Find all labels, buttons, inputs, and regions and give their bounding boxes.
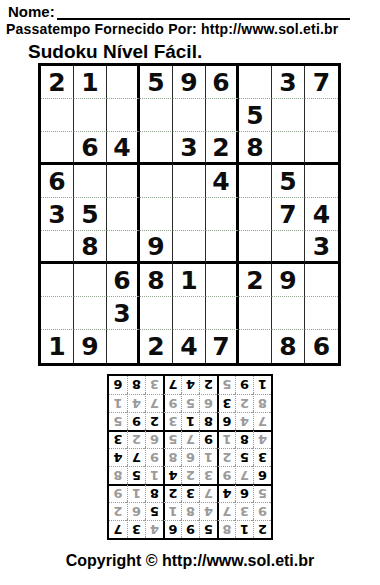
solution-cell-r2c8: 6 xyxy=(127,502,145,520)
puzzle-cell-r4c7 xyxy=(239,165,272,198)
puzzle-cell-r3c7: 8 xyxy=(239,132,272,165)
solution-cell-r8c1: 8 xyxy=(253,394,271,412)
puzzle-cell-r2c1 xyxy=(41,99,74,132)
solution-cell-r5c3: 2 xyxy=(217,448,235,466)
solution-cell-r9c7: 3 xyxy=(145,376,163,394)
solution-cell-r2c9: 2 xyxy=(109,502,127,520)
puzzle-cell-r7c7: 2 xyxy=(239,264,272,297)
puzzle-cell-r3c6: 2 xyxy=(206,132,239,165)
puzzle-cell-r5c9: 4 xyxy=(305,198,338,231)
solution-cell-r3c1: 5 xyxy=(253,484,271,502)
puzzle-cell-r4c1: 6 xyxy=(41,165,74,198)
solution-cell-r3c8: 1 xyxy=(127,484,145,502)
puzzle-cell-r8c7 xyxy=(239,297,272,330)
solution-cell-r7c7: 2 xyxy=(145,412,163,430)
solution-cell-r6c7: 6 xyxy=(145,430,163,448)
copyright-line: Copyright © http://www.sol.eti.br xyxy=(0,552,380,570)
puzzle-cell-r2c2 xyxy=(74,99,107,132)
solution-cell-r1c5: 9 xyxy=(181,520,199,538)
puzzle-cell-r2c3 xyxy=(107,99,140,132)
solution-cell-r5c5: 6 xyxy=(181,448,199,466)
solution-cell-r8c5: 5 xyxy=(181,394,199,412)
puzzle-cell-r4c5 xyxy=(173,165,206,198)
puzzle-cell-r2c9 xyxy=(305,99,338,132)
puzzle-cell-r4c3 xyxy=(107,165,140,198)
puzzle-cell-r9c5: 4 xyxy=(173,330,206,363)
puzzle-cell-r8c4 xyxy=(140,297,173,330)
puzzle-cell-r9c2: 9 xyxy=(74,330,107,363)
solution-cell-r5c6: 8 xyxy=(163,448,181,466)
puzzle-cell-r5c5 xyxy=(173,198,206,231)
puzzle-cell-r3c3: 4 xyxy=(107,132,140,165)
puzzle-cell-r4c9 xyxy=(305,165,338,198)
puzzle-cell-r3c8 xyxy=(272,132,305,165)
puzzle-cell-r8c9 xyxy=(305,297,338,330)
puzzle-cell-r9c8: 8 xyxy=(272,330,305,363)
puzzle-cell-r6c2: 8 xyxy=(74,231,107,264)
puzzle-cell-r5c6 xyxy=(206,198,239,231)
solution-cell-r6c1: 4 xyxy=(253,430,271,448)
puzzle-cell-r9c3 xyxy=(107,330,140,363)
solution-cell-r1c8: 3 xyxy=(127,520,145,538)
solution-cell-r3c5: 3 xyxy=(181,484,199,502)
solution-cell-r9c6: 7 xyxy=(163,376,181,394)
solution-cell-r8c9: 1 xyxy=(109,394,127,412)
solution-cell-r6c4: 9 xyxy=(199,430,217,448)
solution-cell-r5c9: 4 xyxy=(109,448,127,466)
name-label: Nome: xyxy=(8,3,55,20)
puzzle-cell-r1c6: 6 xyxy=(206,66,239,99)
puzzle-cell-r2c8 xyxy=(272,99,305,132)
puzzle-cell-r2c7: 5 xyxy=(239,99,272,132)
solution-cell-r3c4: 7 xyxy=(199,484,217,502)
name-row: Nome: xyxy=(8,3,350,20)
solution-cell-r3c6: 2 xyxy=(163,484,181,502)
puzzle-cell-r3c2: 6 xyxy=(74,132,107,165)
solution-cell-r1c3: 8 xyxy=(217,520,235,538)
puzzle-cell-r6c1 xyxy=(41,231,74,264)
solution-cell-r6c9: 3 xyxy=(109,430,127,448)
puzzle-cell-r9c4: 2 xyxy=(140,330,173,363)
solution-cell-r2c2: 3 xyxy=(235,502,253,520)
page-title: Sudoku Nível Fácil. xyxy=(28,41,202,63)
solution-cell-r1c6: 6 xyxy=(163,520,181,538)
solution-cell-r7c1: 7 xyxy=(253,412,271,430)
solution-cell-r4c2: 7 xyxy=(235,466,253,484)
name-blank-line xyxy=(57,3,350,20)
puzzle-cell-r8c6 xyxy=(206,297,239,330)
solution-cell-r1c7: 4 xyxy=(145,520,163,538)
puzzle-cell-r8c3: 3 xyxy=(107,297,140,330)
puzzle-cell-r8c5 xyxy=(173,297,206,330)
solution-cell-r1c2: 1 xyxy=(235,520,253,538)
puzzle-cell-r5c3 xyxy=(107,198,140,231)
solution-cell-r8c2: 2 xyxy=(235,394,253,412)
solution-cell-r4c6: 4 xyxy=(163,466,181,484)
puzzle-cell-r1c8: 3 xyxy=(272,66,305,99)
solution-cell-r3c9: 9 xyxy=(109,484,127,502)
solution-cell-r7c5: 1 xyxy=(181,412,199,430)
solution-cell-r6c5: 7 xyxy=(181,430,199,448)
solution-cell-r2c7: 5 xyxy=(145,502,163,520)
puzzle-cell-r1c4: 5 xyxy=(140,66,173,99)
solution-cell-r3c2: 6 xyxy=(235,484,253,502)
puzzle-cell-r1c3 xyxy=(107,66,140,99)
puzzle-cell-r6c9: 3 xyxy=(305,231,338,264)
puzzle-cell-r3c9 xyxy=(305,132,338,165)
solution-cell-r5c7: 9 xyxy=(145,448,163,466)
puzzle-cell-r4c2 xyxy=(74,165,107,198)
solution-cell-r6c6: 5 xyxy=(163,430,181,448)
puzzle-cell-r8c1 xyxy=(41,297,74,330)
solution-cell-r4c9: 8 xyxy=(109,466,127,484)
solution-cell-r7c2: 4 xyxy=(235,412,253,430)
solution-cell-r7c4: 8 xyxy=(199,412,217,430)
solution-cell-r4c5: 2 xyxy=(181,466,199,484)
puzzle-cell-r5c8: 7 xyxy=(272,198,305,231)
puzzle-cell-r7c1 xyxy=(41,264,74,297)
solution-cell-r9c8: 8 xyxy=(127,376,145,394)
solution-cell-r8c8: 4 xyxy=(127,394,145,412)
puzzle-cell-r7c5: 1 xyxy=(173,264,206,297)
solution-cell-r9c2: 9 xyxy=(235,376,253,394)
solution-cell-r6c8: 2 xyxy=(127,430,145,448)
solution-cell-r3c3: 4 xyxy=(217,484,235,502)
solution-cell-r8c6: 9 xyxy=(163,394,181,412)
solution-cell-r7c8: 9 xyxy=(127,412,145,430)
solution-cell-r5c2: 5 xyxy=(235,448,253,466)
puzzle-cell-r6c3 xyxy=(107,231,140,264)
puzzle-cell-r9c7 xyxy=(239,330,272,363)
solution-cell-r7c9: 5 xyxy=(109,412,127,430)
solution-cell-r6c2: 8 xyxy=(235,430,253,448)
solution-cell-r9c5: 4 xyxy=(181,376,199,394)
puzzle-cell-r5c4 xyxy=(140,198,173,231)
puzzle-cell-r1c7 xyxy=(239,66,272,99)
puzzle-cell-r7c8: 9 xyxy=(272,264,305,297)
puzzle-cell-r1c5: 9 xyxy=(173,66,206,99)
solution-cell-r5c8: 7 xyxy=(127,448,145,466)
solution-cell-r6c3: 1 xyxy=(217,430,235,448)
solution-cell-r2c3: 7 xyxy=(217,502,235,520)
solution-cell-r4c7: 1 xyxy=(145,466,163,484)
puzzle-cell-r6c4: 9 xyxy=(140,231,173,264)
solution-cell-r3c7: 8 xyxy=(145,484,163,502)
solution-cell-r1c4: 5 xyxy=(199,520,217,538)
puzzle-cell-r4c4 xyxy=(140,165,173,198)
puzzle-cell-r5c2: 5 xyxy=(74,198,107,231)
solution-cell-r8c7: 7 xyxy=(145,394,163,412)
solution-cell-r2c6: 1 xyxy=(163,502,181,520)
puzzle-cell-r9c1: 1 xyxy=(41,330,74,363)
solution-cell-r5c4: 1 xyxy=(199,448,217,466)
puzzle-cell-r6c5 xyxy=(173,231,206,264)
puzzle-cell-r8c8 xyxy=(272,297,305,330)
puzzle-cell-r3c4 xyxy=(140,132,173,165)
puzzle-cell-r1c9: 7 xyxy=(305,66,338,99)
solution-cell-r4c8: 5 xyxy=(127,466,145,484)
puzzle-cell-r5c7 xyxy=(239,198,272,231)
solution-cell-r8c4: 6 xyxy=(199,394,217,412)
puzzle-cell-r7c2 xyxy=(74,264,107,297)
puzzle-cell-r3c5: 3 xyxy=(173,132,206,165)
puzzle-cell-r7c9 xyxy=(305,264,338,297)
puzzle-cell-r1c2: 1 xyxy=(74,66,107,99)
solution-cell-r4c4: 3 xyxy=(199,466,217,484)
provider-line: Passatempo Fornecido Por: http://www.sol… xyxy=(6,21,338,37)
solution-cell-r4c1: 6 xyxy=(253,466,271,484)
solution-cell-r7c3: 6 xyxy=(217,412,235,430)
solution-cell-r9c4: 2 xyxy=(199,376,217,394)
solution-cell-r1c9: 7 xyxy=(109,520,127,538)
puzzle-cell-r9c9: 6 xyxy=(305,330,338,363)
solution-grid: 2185964379374815625647328196793241583521… xyxy=(107,374,273,540)
puzzle-cell-r6c6 xyxy=(206,231,239,264)
solution-cell-r8c3: 3 xyxy=(217,394,235,412)
puzzle-grid: 215963756432864535748936812931924786 xyxy=(38,63,341,366)
puzzle-cell-r2c4 xyxy=(140,99,173,132)
solution-cell-r9c1: 1 xyxy=(253,376,271,394)
solution-cell-r2c1: 9 xyxy=(253,502,271,520)
solution-cell-r9c3: 5 xyxy=(217,376,235,394)
solution-cell-r9c9: 6 xyxy=(109,376,127,394)
puzzle-cell-r6c8 xyxy=(272,231,305,264)
solution-cell-r5c1: 3 xyxy=(253,448,271,466)
puzzle-cell-r5c1: 3 xyxy=(41,198,74,231)
puzzle-cell-r4c6: 4 xyxy=(206,165,239,198)
solution-cell-r2c5: 8 xyxy=(181,502,199,520)
puzzle-cell-r8c2 xyxy=(74,297,107,330)
puzzle-cell-r3c1 xyxy=(41,132,74,165)
solution-cell-r1c1: 2 xyxy=(253,520,271,538)
puzzle-cell-r7c3: 6 xyxy=(107,264,140,297)
puzzle-cell-r9c6: 7 xyxy=(206,330,239,363)
puzzle-cell-r4c8: 5 xyxy=(272,165,305,198)
puzzle-cell-r7c6 xyxy=(206,264,239,297)
solution-cell-r4c3: 9 xyxy=(217,466,235,484)
puzzle-cell-r2c5 xyxy=(173,99,206,132)
solution-cell-r2c4: 4 xyxy=(199,502,217,520)
puzzle-cell-r1c1: 2 xyxy=(41,66,74,99)
worksheet-page: Nome: Passatempo Fornecido Por: http://w… xyxy=(0,0,380,585)
puzzle-cell-r2c6 xyxy=(206,99,239,132)
solution-cell-r7c6: 3 xyxy=(163,412,181,430)
puzzle-cell-r6c7 xyxy=(239,231,272,264)
puzzle-cell-r7c4: 8 xyxy=(140,264,173,297)
